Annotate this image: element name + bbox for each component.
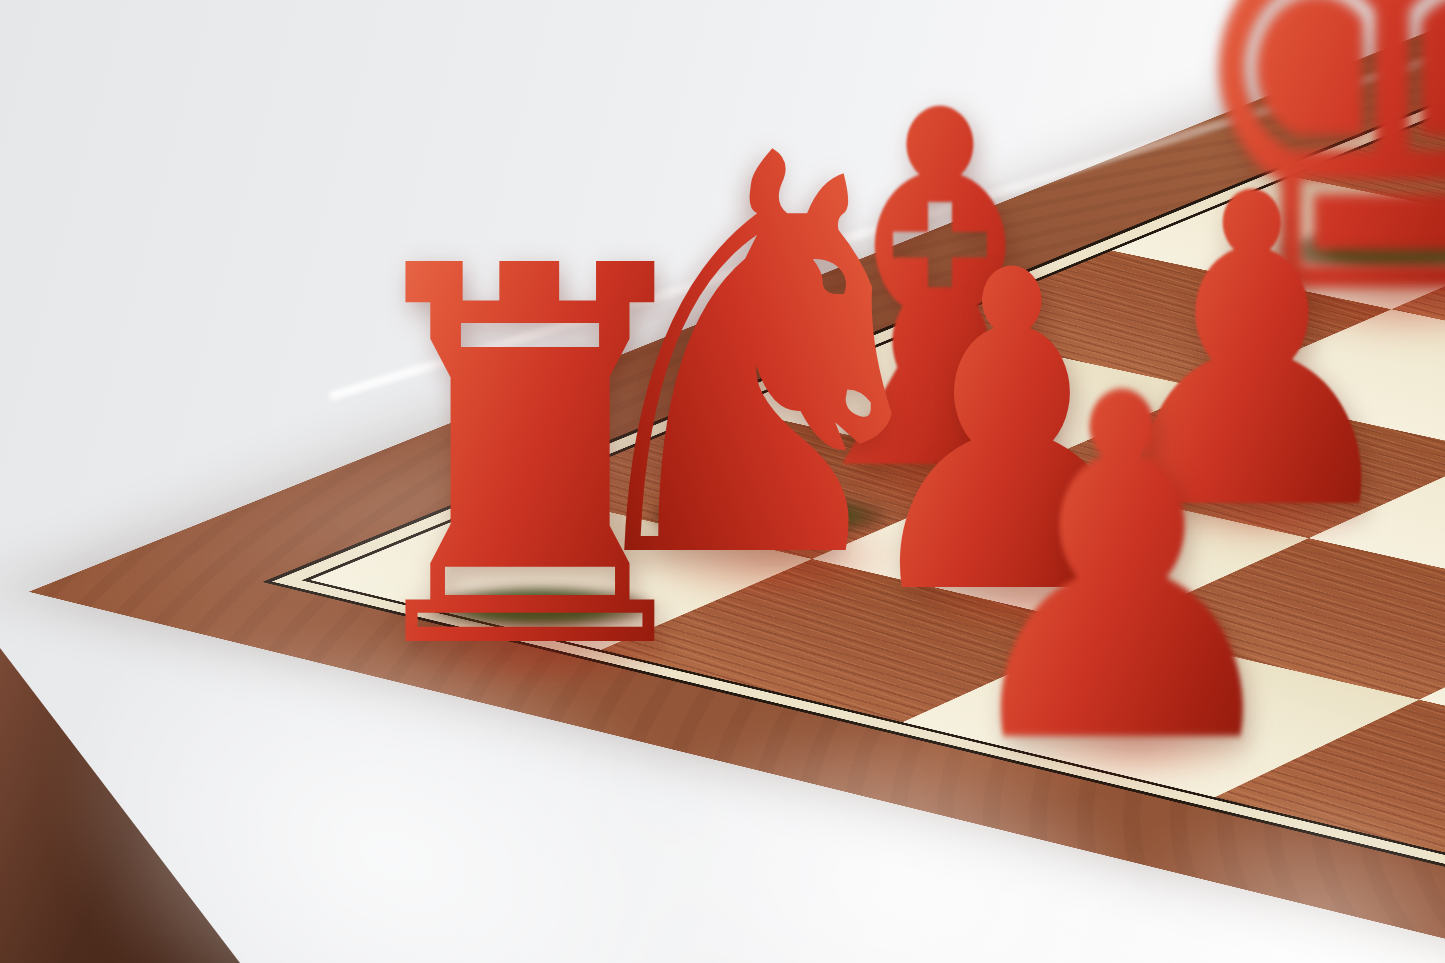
photo-stage: ♚♝♟♞♟♜♟ bbox=[0, 0, 1445, 963]
piece-rook-a8: ♜ bbox=[332, 200, 728, 720]
pieces-layer: ♚♝♟♞♟♜♟ bbox=[0, 0, 1445, 963]
piece-pawn-a6: ♟ bbox=[941, 334, 1303, 809]
